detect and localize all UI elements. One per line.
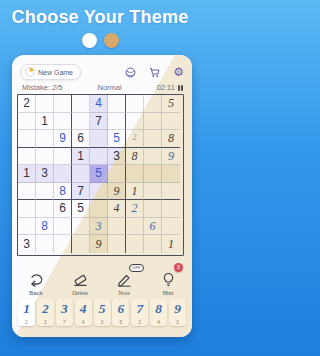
cell-r7c3[interactable]: 6 [54,200,72,218]
settings-gear-icon[interactable]: ⚙ [173,67,184,78]
cell-r1c5[interactable]: 4 [90,95,108,113]
cell-r1c1[interactable]: 2 [18,95,36,113]
cell-r4c8[interactable] [144,148,162,166]
cell-digit: 1 [77,150,84,162]
cell-r6c6[interactable]: 9 [108,183,126,201]
cell-digit: 4 [114,202,120,214]
cell-digit: 3 [23,238,30,250]
numpad-digit: 2 [42,300,49,319]
cell-digit: 6 [77,132,84,144]
action-label: Delete [72,290,88,296]
cell-digit: 2 [132,202,138,214]
cell-digit: 9 [114,185,120,197]
cell-r2c4[interactable] [72,113,90,131]
cell-r8c3[interactable] [54,218,72,236]
numpad-remaining-count: 4 [157,319,160,325]
cell-r9c6[interactable] [108,235,126,253]
numpad-remaining-count: 2 [25,319,28,325]
cell-r8c2[interactable]: 8 [36,218,54,236]
cell-digit: 5 [168,97,174,109]
status-bar: Mistake: 2/5 Normal 02:11 [22,83,183,92]
cell-r5c3[interactable] [54,165,72,183]
cell-r7c7[interactable]: 2 [126,200,144,218]
cell-r4c7[interactable]: 8 [126,148,144,166]
cell-r4c9[interactable]: 9 [162,148,180,166]
cell-digit: 4 [95,97,102,109]
numpad-digit: 1 [23,300,30,319]
numpad-remaining-count: 3 [176,319,179,325]
numpad-remaining-count: 2 [138,319,141,325]
number-pad: 122237445365728493 [18,299,186,326]
cell-r2c6[interactable] [108,113,126,131]
hint-lamp-icon: 3 [161,268,176,287]
toolbar: New Game ⚙ [20,63,184,81]
numpad-key-9[interactable]: 93 [169,299,186,326]
cell-digit: 7 [95,115,102,127]
cell-r9c9[interactable]: 1 [162,235,180,253]
cell-r8c6[interactable] [108,218,126,236]
cell-r2c5[interactable]: 7 [90,113,108,131]
numpad-key-3[interactable]: 37 [56,299,73,326]
timer-value: 02:11 [157,83,175,92]
cell-r8c9[interactable] [162,218,180,236]
numpad-remaining-count: 7 [63,319,66,325]
cell-r5c8[interactable] [144,165,162,183]
cell-digit: 1 [168,238,174,250]
numpad-key-7[interactable]: 72 [131,299,148,326]
cell-r8c8[interactable]: 6 [144,218,162,236]
cell-r3c4[interactable]: 6 [72,130,90,148]
cell-digit: 8 [132,150,138,162]
undo-icon [28,268,45,287]
compass-icon [25,67,35,77]
cell-r1c4[interactable] [72,95,90,113]
cell-r5c6[interactable] [108,165,126,183]
cell-r3c7[interactable]: 2 [126,130,144,148]
cell-r8c7[interactable] [126,218,144,236]
new-game-label: New Game [38,69,73,76]
cell-r7c1[interactable] [18,200,36,218]
cell-r7c2[interactable] [36,200,54,218]
cell-digit: 5 [113,132,120,144]
cell-r1c3[interactable] [54,95,72,113]
phone-screen: New Game ⚙ Mistake: 2/5 Normal 02:11 245… [12,55,192,337]
cell-digit: 8 [59,185,66,197]
cell-r6c8[interactable] [144,183,162,201]
action-label: Back [29,290,42,296]
numpad-digit: 6 [118,300,125,319]
mistakes-counter: Mistake: 2/5 [22,83,62,92]
cell-digit: 7 [77,185,84,197]
cell-r3c1[interactable] [18,130,36,148]
cell-r1c9[interactable]: 5 [162,95,180,113]
action-bar: Back Delete OFF Note [14,268,190,296]
numpad-digit: 5 [99,300,106,319]
new-game-button[interactable]: New Game [20,64,81,80]
cell-digit: 5 [77,202,84,214]
eraser-icon [72,268,89,287]
action-label: Hint [163,290,174,296]
cell-r5c7[interactable] [126,165,144,183]
cell-r6c2[interactable] [36,183,54,201]
cell-r3c8[interactable] [144,130,162,148]
theme-option-light[interactable] [82,33,97,48]
cell-r5c4[interactable] [72,165,90,183]
page-title: Choose Your Theme [0,7,200,28]
pencil-note: 2 [133,134,137,142]
cell-r6c9[interactable] [162,183,180,201]
notes-off-badge: OFF [129,264,143,272]
cell-r4c6[interactable]: 3 [108,148,126,166]
cell-r5c9[interactable] [162,165,180,183]
numpad-digit: 9 [174,300,181,319]
cell-digit: 5 [95,167,102,179]
cell-r8c4[interactable] [72,218,90,236]
cell-r4c1[interactable] [18,148,36,166]
action-label: Note [118,290,130,296]
pencil-icon: OFF [116,268,133,287]
cell-r4c3[interactable] [54,148,72,166]
cell-r3c6[interactable]: 5 [108,130,126,148]
cell-r8c5[interactable]: 3 [90,218,108,236]
cell-r1c2[interactable] [36,95,54,113]
cell-r5c2[interactable]: 3 [36,165,54,183]
cell-r1c7[interactable] [126,95,144,113]
cell-r7c5[interactable] [90,200,108,218]
numpad-remaining-count: 3 [101,319,104,325]
cell-digit: 2 [23,97,30,109]
numpad-key-5[interactable]: 53 [94,299,111,326]
cell-digit: 9 [96,238,102,250]
cell-r3c5[interactable] [90,130,108,148]
cell-r2c2[interactable]: 1 [36,113,54,131]
cell-r9c3[interactable] [54,235,72,253]
cell-r8c1[interactable] [18,218,36,236]
cell-r9c1[interactable]: 3 [18,235,36,253]
cell-r7c8[interactable] [144,200,162,218]
numpad-remaining-count: 5 [119,319,122,325]
cell-r2c1[interactable] [18,113,36,131]
cell-digit: 6 [150,220,156,232]
sudoku-grid: 2451796528138913587916542836391 [18,95,180,253]
cell-r6c4[interactable]: 7 [72,183,90,201]
cell-r9c8[interactable] [144,235,162,253]
cell-r1c8[interactable] [144,95,162,113]
cell-digit: 9 [168,150,174,162]
cell-digit: 9 [59,132,66,144]
numpad-digit: 3 [61,300,68,319]
numpad-digit: 8 [155,300,162,319]
cell-r7c9[interactable] [162,200,180,218]
numpad-digit: 7 [136,300,143,319]
note-button[interactable]: OFF Note [104,268,144,296]
cell-r4c4[interactable]: 1 [72,148,90,166]
cell-r2c9[interactable] [162,113,180,131]
difficulty-label: Normal [97,83,121,92]
delete-button[interactable]: Delete [60,268,100,296]
cell-r6c5[interactable] [90,183,108,201]
cell-digit: 1 [41,115,48,127]
cell-r3c9[interactable]: 8 [162,130,180,148]
cell-digit: 3 [41,167,48,179]
cell-digit: 8 [41,220,48,232]
cell-digit: 1 [23,167,30,179]
theme-option-sepia[interactable] [104,33,119,48]
cell-r5c5[interactable]: 5 [90,165,108,183]
back-button[interactable]: Back [16,268,56,296]
cell-r9c7[interactable] [126,235,144,253]
numpad-key-6[interactable]: 65 [112,299,129,326]
shop-cart-icon[interactable] [149,67,160,78]
cell-r1c6[interactable] [108,95,126,113]
cell-r5c1[interactable]: 1 [18,165,36,183]
cell-digit: 6 [59,202,66,214]
cell-r3c3[interactable]: 9 [54,130,72,148]
cell-r9c2[interactable] [36,235,54,253]
pause-button[interactable] [178,85,183,91]
cell-r2c3[interactable] [54,113,72,131]
numpad-key-1[interactable]: 12 [18,299,35,326]
cell-r4c2[interactable] [36,148,54,166]
themes-ball-icon[interactable] [125,67,136,78]
numpad-remaining-count: 2 [44,319,47,325]
cell-digit: 1 [132,185,138,197]
cell-r9c5[interactable]: 9 [90,235,108,253]
cell-r6c3[interactable]: 8 [54,183,72,201]
theme-options [0,33,200,48]
cell-r2c8[interactable] [144,113,162,131]
numpad-digit: 4 [80,300,87,319]
cell-r6c7[interactable]: 1 [126,183,144,201]
cell-r7c4[interactable]: 5 [72,200,90,218]
numpad-key-8[interactable]: 84 [150,299,167,326]
hint-count-badge: 3 [174,263,183,272]
cell-r4c5[interactable] [90,148,108,166]
cell-digit: 3 [113,150,120,162]
hint-button[interactable]: 3 Hint [148,268,188,296]
cell-r6c1[interactable] [18,183,36,201]
numpad-key-4[interactable]: 44 [75,299,92,326]
cell-digit: 8 [168,132,174,144]
cell-digit: 3 [96,220,102,232]
cell-r9c4[interactable] [72,235,90,253]
numpad-key-2[interactable]: 22 [37,299,54,326]
cell-r3c2[interactable] [36,130,54,148]
cell-r2c7[interactable] [126,113,144,131]
numpad-remaining-count: 4 [82,319,85,325]
cell-r7c6[interactable]: 4 [108,200,126,218]
